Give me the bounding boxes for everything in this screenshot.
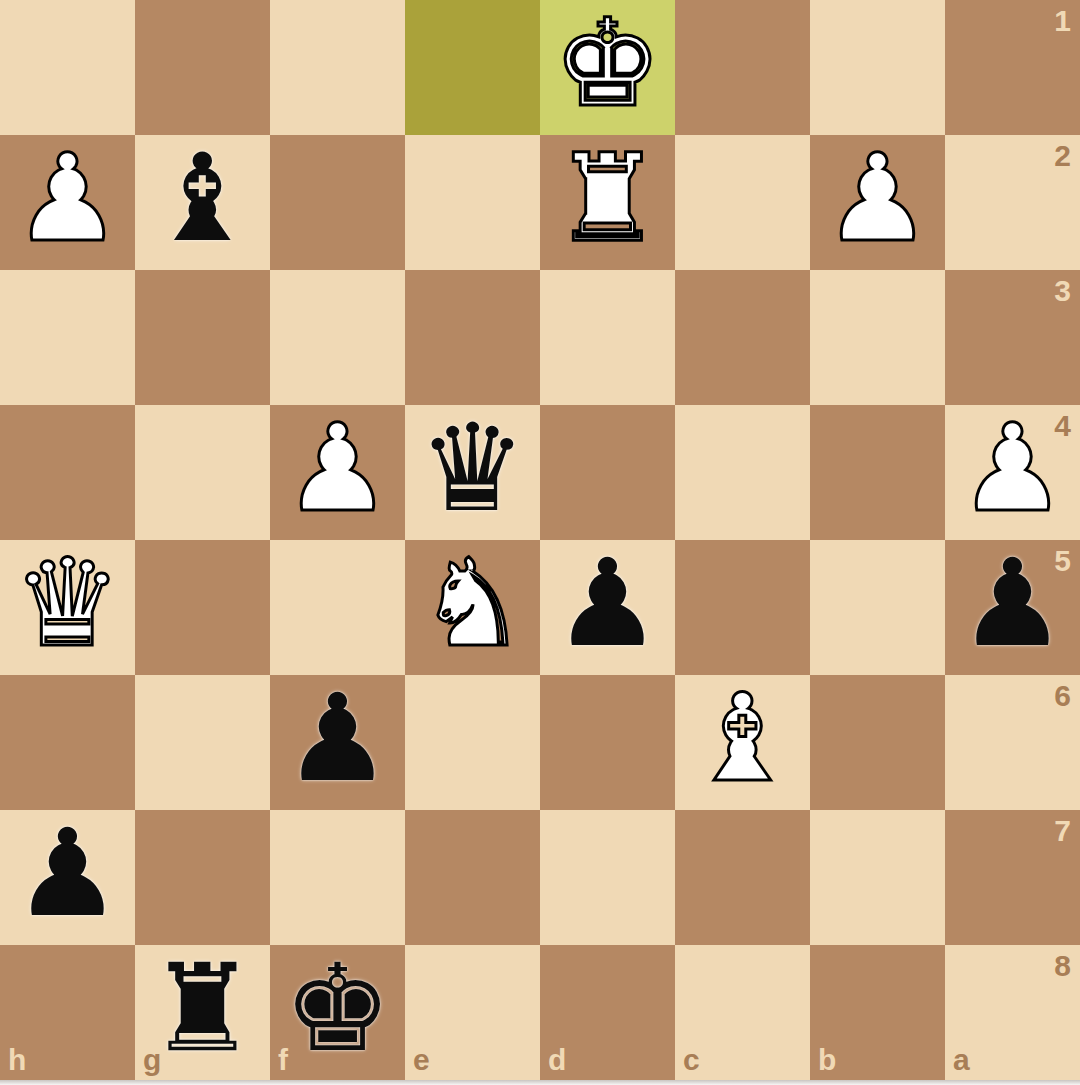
square-d1[interactable]: ♚ [540, 0, 675, 135]
file-label-d: d [548, 1045, 566, 1075]
square-e6[interactable] [405, 675, 540, 810]
chess-board: ♚1♟♝♜♟23♟♛♟4♛♞♟♟5♟♝6♟7h♜g♚fedcba8 [0, 0, 1080, 1080]
square-g5[interactable] [135, 540, 270, 675]
square-d2[interactable]: ♜ [540, 135, 675, 270]
square-h3[interactable] [0, 270, 135, 405]
square-e8[interactable]: e [405, 945, 540, 1080]
square-c8[interactable]: c [675, 945, 810, 1080]
square-c7[interactable] [675, 810, 810, 945]
square-h2[interactable]: ♟ [0, 135, 135, 270]
white-pawn[interactable]: ♟ [958, 408, 1066, 529]
square-b1[interactable] [810, 0, 945, 135]
white-rook[interactable]: ♜ [553, 138, 661, 259]
square-g4[interactable] [135, 405, 270, 540]
square-a5[interactable]: ♟5 [945, 540, 1080, 675]
file-label-h: h [8, 1045, 26, 1075]
square-c2[interactable] [675, 135, 810, 270]
square-b2[interactable]: ♟ [810, 135, 945, 270]
square-c5[interactable] [675, 540, 810, 675]
square-f8[interactable]: ♚f [270, 945, 405, 1080]
rank-label-7: 7 [1054, 816, 1071, 846]
square-g6[interactable] [135, 675, 270, 810]
square-d7[interactable] [540, 810, 675, 945]
square-h8[interactable]: h [0, 945, 135, 1080]
square-h7[interactable]: ♟ [0, 810, 135, 945]
file-label-c: c [683, 1045, 700, 1075]
square-g1[interactable] [135, 0, 270, 135]
square-a6[interactable]: 6 [945, 675, 1080, 810]
square-f2[interactable] [270, 135, 405, 270]
file-label-a: a [953, 1045, 970, 1075]
square-c6[interactable]: ♝ [675, 675, 810, 810]
square-g3[interactable] [135, 270, 270, 405]
square-c3[interactable] [675, 270, 810, 405]
square-f7[interactable] [270, 810, 405, 945]
square-a4[interactable]: ♟4 [945, 405, 1080, 540]
square-c1[interactable] [675, 0, 810, 135]
square-h5[interactable]: ♛ [0, 540, 135, 675]
square-e4[interactable]: ♛ [405, 405, 540, 540]
square-d4[interactable] [540, 405, 675, 540]
square-a7[interactable]: 7 [945, 810, 1080, 945]
rank-label-1: 1 [1054, 6, 1071, 36]
black-pawn[interactable]: ♟ [553, 543, 661, 664]
black-queen[interactable]: ♛ [418, 408, 526, 529]
white-knight[interactable]: ♞ [418, 543, 526, 664]
square-h6[interactable] [0, 675, 135, 810]
rank-label-6: 6 [1054, 681, 1071, 711]
square-f4[interactable]: ♟ [270, 405, 405, 540]
square-d5[interactable]: ♟ [540, 540, 675, 675]
black-bishop[interactable]: ♝ [148, 138, 256, 259]
white-queen[interactable]: ♛ [13, 543, 121, 664]
white-pawn[interactable]: ♟ [13, 138, 121, 259]
white-king[interactable]: ♚ [553, 3, 661, 124]
square-e2[interactable] [405, 135, 540, 270]
square-f6[interactable]: ♟ [270, 675, 405, 810]
square-e1[interactable] [405, 0, 540, 135]
square-a8[interactable]: a8 [945, 945, 1080, 1080]
square-b4[interactable] [810, 405, 945, 540]
white-bishop[interactable]: ♝ [688, 678, 796, 799]
file-label-e: e [413, 1045, 430, 1075]
square-h4[interactable] [0, 405, 135, 540]
black-king[interactable]: ♚ [283, 948, 391, 1069]
page-bottom-strip [0, 1080, 1080, 1085]
square-g7[interactable] [135, 810, 270, 945]
square-b3[interactable] [810, 270, 945, 405]
square-b7[interactable] [810, 810, 945, 945]
square-d3[interactable] [540, 270, 675, 405]
square-a2[interactable]: 2 [945, 135, 1080, 270]
square-d8[interactable]: d [540, 945, 675, 1080]
black-pawn[interactable]: ♟ [958, 543, 1066, 664]
square-e7[interactable] [405, 810, 540, 945]
square-d6[interactable] [540, 675, 675, 810]
black-pawn[interactable]: ♟ [13, 813, 121, 934]
square-b8[interactable]: b [810, 945, 945, 1080]
rank-label-2: 2 [1054, 141, 1071, 171]
square-e5[interactable]: ♞ [405, 540, 540, 675]
white-pawn[interactable]: ♟ [283, 408, 391, 529]
square-f3[interactable] [270, 270, 405, 405]
square-a1[interactable]: 1 [945, 0, 1080, 135]
square-f1[interactable] [270, 0, 405, 135]
black-rook[interactable]: ♜ [148, 948, 256, 1069]
white-pawn[interactable]: ♟ [823, 138, 931, 259]
square-f5[interactable] [270, 540, 405, 675]
rank-label-8: 8 [1054, 951, 1071, 981]
square-g2[interactable]: ♝ [135, 135, 270, 270]
square-h1[interactable] [0, 0, 135, 135]
file-label-b: b [818, 1045, 836, 1075]
rank-label-3: 3 [1054, 276, 1071, 306]
square-e3[interactable] [405, 270, 540, 405]
square-a3[interactable]: 3 [945, 270, 1080, 405]
square-g8[interactable]: ♜g [135, 945, 270, 1080]
square-b5[interactable] [810, 540, 945, 675]
square-c4[interactable] [675, 405, 810, 540]
black-pawn[interactable]: ♟ [283, 678, 391, 799]
square-b6[interactable] [810, 675, 945, 810]
